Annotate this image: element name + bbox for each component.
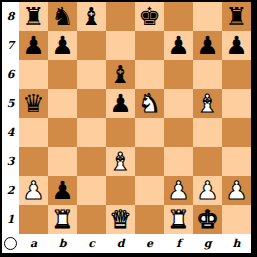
- white-rook[interactable]: ♜: [167, 205, 189, 234]
- square-a4[interactable]: [19, 118, 48, 147]
- square-h4[interactable]: [222, 118, 251, 147]
- square-g7[interactable]: ♟: [193, 31, 222, 60]
- white-queen[interactable]: ♛: [109, 205, 131, 234]
- black-pawn[interactable]: ♟: [51, 176, 73, 205]
- square-a3[interactable]: [19, 147, 48, 176]
- square-g8[interactable]: [193, 2, 222, 31]
- square-b7[interactable]: ♟: [48, 31, 77, 60]
- square-c7[interactable]: [77, 31, 106, 60]
- square-e5[interactable]: ♞: [135, 89, 164, 118]
- square-f8[interactable]: [164, 2, 193, 31]
- black-pawn[interactable]: ♟: [196, 31, 218, 60]
- square-a8[interactable]: ♜: [19, 2, 48, 31]
- rank-label-2: 2: [2, 176, 19, 205]
- square-e6[interactable]: [135, 60, 164, 89]
- square-g3[interactable]: [193, 147, 222, 176]
- rank-label-1: 1: [2, 205, 19, 234]
- white-bishop[interactable]: ♝: [196, 89, 218, 118]
- square-f3[interactable]: [164, 147, 193, 176]
- square-e4[interactable]: [135, 118, 164, 147]
- square-h6[interactable]: [222, 60, 251, 89]
- square-a6[interactable]: [19, 60, 48, 89]
- square-b3[interactable]: [48, 147, 77, 176]
- square-h2[interactable]: ♟: [222, 176, 251, 205]
- square-d5[interactable]: ♟: [106, 89, 135, 118]
- white-pawn[interactable]: ♟: [22, 176, 44, 205]
- black-pawn[interactable]: ♟: [109, 89, 131, 118]
- black-rook[interactable]: ♜: [22, 2, 44, 31]
- white-to-move-circle-icon: [4, 237, 17, 250]
- rank-label-7: 7: [2, 31, 19, 60]
- square-e1[interactable]: [135, 205, 164, 234]
- square-g6[interactable]: [193, 60, 222, 89]
- square-g2[interactable]: ♟: [193, 176, 222, 205]
- rank-label-5: 5: [2, 89, 19, 118]
- file-label-h: h: [222, 234, 251, 253]
- square-b1[interactable]: ♜: [48, 205, 77, 234]
- black-bishop[interactable]: ♝: [80, 2, 102, 31]
- square-f2[interactable]: ♟: [164, 176, 193, 205]
- square-h5[interactable]: [222, 89, 251, 118]
- chess-board: 8♜♞♝♚♜7♟♟♟♟♟6♝5♛♟♞♝43♝2♟♟♟♟♟1♜♛♜♚abcdefg…: [2, 2, 251, 253]
- black-pawn[interactable]: ♟: [225, 31, 247, 60]
- square-e7[interactable]: [135, 31, 164, 60]
- square-f4[interactable]: [164, 118, 193, 147]
- square-a5[interactable]: ♛: [19, 89, 48, 118]
- square-d3[interactable]: ♝: [106, 147, 135, 176]
- square-h3[interactable]: [222, 147, 251, 176]
- black-pawn[interactable]: ♟: [22, 31, 44, 60]
- white-bishop[interactable]: ♝: [109, 147, 131, 176]
- square-d4[interactable]: [106, 118, 135, 147]
- square-a7[interactable]: ♟: [19, 31, 48, 60]
- square-c5[interactable]: [77, 89, 106, 118]
- white-pawn[interactable]: ♟: [225, 176, 247, 205]
- square-b2[interactable]: ♟: [48, 176, 77, 205]
- square-f6[interactable]: [164, 60, 193, 89]
- square-e8[interactable]: ♚: [135, 2, 164, 31]
- square-c6[interactable]: [77, 60, 106, 89]
- square-f5[interactable]: [164, 89, 193, 118]
- square-d2[interactable]: [106, 176, 135, 205]
- square-b8[interactable]: ♞: [48, 2, 77, 31]
- white-to-move-indicator: [2, 234, 19, 253]
- square-a1[interactable]: [19, 205, 48, 234]
- black-knight[interactable]: ♞: [51, 2, 73, 31]
- rank-label-6: 6: [2, 60, 19, 89]
- square-d6[interactable]: ♝: [106, 60, 135, 89]
- rank-label-3: 3: [2, 147, 19, 176]
- square-b6[interactable]: [48, 60, 77, 89]
- rank-label-8: 8: [2, 2, 19, 31]
- square-c1[interactable]: [77, 205, 106, 234]
- black-queen[interactable]: ♛: [22, 89, 44, 118]
- square-d8[interactable]: [106, 2, 135, 31]
- white-knight[interactable]: ♞: [138, 89, 160, 118]
- square-c4[interactable]: [77, 118, 106, 147]
- square-b5[interactable]: [48, 89, 77, 118]
- square-f1[interactable]: ♜: [164, 205, 193, 234]
- black-rook[interactable]: ♜: [225, 2, 247, 31]
- square-g4[interactable]: [193, 118, 222, 147]
- file-label-c: c: [77, 234, 106, 253]
- file-label-f: f: [164, 234, 193, 253]
- square-c2[interactable]: [77, 176, 106, 205]
- square-h1[interactable]: [222, 205, 251, 234]
- white-king[interactable]: ♚: [196, 205, 218, 234]
- chess-board-frame: 8♜♞♝♚♜7♟♟♟♟♟6♝5♛♟♞♝43♝2♟♟♟♟♟1♜♛♜♚abcdefg…: [0, 0, 257, 257]
- black-bishop[interactable]: ♝: [109, 60, 131, 89]
- square-c3[interactable]: [77, 147, 106, 176]
- square-g5[interactable]: ♝: [193, 89, 222, 118]
- file-label-a: a: [19, 234, 48, 253]
- square-b4[interactable]: [48, 118, 77, 147]
- white-pawn[interactable]: ♟: [196, 176, 218, 205]
- square-e3[interactable]: [135, 147, 164, 176]
- square-e2[interactable]: [135, 176, 164, 205]
- square-h8[interactable]: ♜: [222, 2, 251, 31]
- black-pawn[interactable]: ♟: [167, 31, 189, 60]
- black-king[interactable]: ♚: [138, 2, 160, 31]
- rank-label-4: 4: [2, 118, 19, 147]
- square-c8[interactable]: ♝: [77, 2, 106, 31]
- file-label-b: b: [48, 234, 77, 253]
- black-pawn[interactable]: ♟: [51, 31, 73, 60]
- square-d7[interactable]: [106, 31, 135, 60]
- white-pawn[interactable]: ♟: [167, 176, 189, 205]
- white-rook[interactable]: ♜: [51, 205, 73, 234]
- square-g1[interactable]: ♚: [193, 205, 222, 234]
- file-label-d: d: [106, 234, 135, 253]
- square-a2[interactable]: ♟: [19, 176, 48, 205]
- square-h7[interactable]: ♟: [222, 31, 251, 60]
- square-f7[interactable]: ♟: [164, 31, 193, 60]
- file-label-g: g: [193, 234, 222, 253]
- file-label-e: e: [135, 234, 164, 253]
- square-d1[interactable]: ♛: [106, 205, 135, 234]
